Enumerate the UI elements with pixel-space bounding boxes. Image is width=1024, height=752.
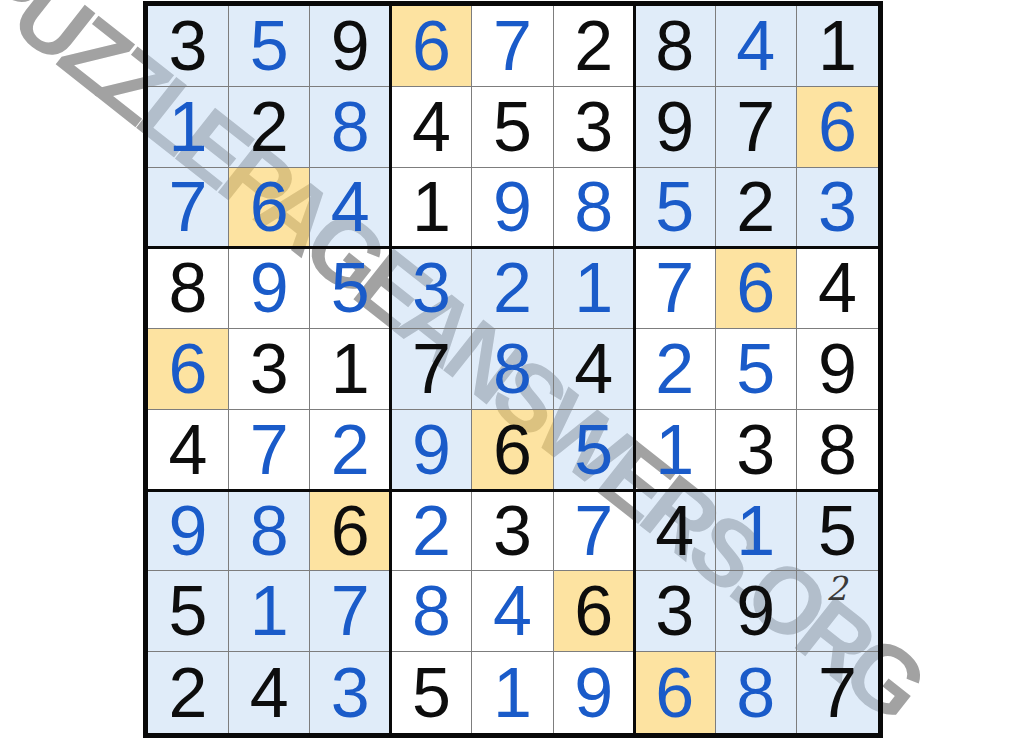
box-divider-vertical-2 xyxy=(633,6,636,733)
digit: 5 xyxy=(818,496,857,566)
digit: 6 xyxy=(493,415,532,485)
cell-r4c8[interactable]: 6 xyxy=(716,248,797,329)
digit: 9 xyxy=(574,658,613,728)
digit: 9 xyxy=(736,576,775,646)
cell-r4c2[interactable]: 9 xyxy=(229,248,310,329)
cell-r9c4[interactable]: 5 xyxy=(391,652,472,733)
digit: 4 xyxy=(169,415,208,485)
cell-r8c9[interactable]: 2 xyxy=(797,571,878,652)
digit: 8 xyxy=(250,496,289,566)
cell-r4c4[interactable]: 3 xyxy=(391,248,472,329)
cell-r7c1[interactable]: 9 xyxy=(148,491,229,572)
cell-r9c1[interactable]: 2 xyxy=(148,652,229,733)
cell-r3c1[interactable]: 7 xyxy=(148,168,229,249)
digit: 1 xyxy=(736,496,775,566)
cell-r1c8[interactable]: 4 xyxy=(716,6,797,87)
digit: 7 xyxy=(736,92,775,162)
digit: 3 xyxy=(169,11,208,81)
cell-r5c6[interactable]: 4 xyxy=(554,329,635,410)
cell-r1c2[interactable]: 5 xyxy=(229,6,310,87)
digit: 7 xyxy=(250,415,289,485)
cell-r7c7[interactable]: 4 xyxy=(635,491,716,572)
digit: 9 xyxy=(169,496,208,566)
digit: 8 xyxy=(331,92,370,162)
digit: 1 xyxy=(655,415,694,485)
cell-r3c7[interactable]: 5 xyxy=(635,168,716,249)
digit: 5 xyxy=(736,334,775,404)
digit: 6 xyxy=(169,334,208,404)
cell-r4c7[interactable]: 7 xyxy=(635,248,716,329)
cell-r3c4[interactable]: 1 xyxy=(391,168,472,249)
box-divider-horizontal-1 xyxy=(148,246,878,249)
cell-r2c1[interactable]: 1 xyxy=(148,87,229,168)
digit: 6 xyxy=(250,172,289,242)
cell-r2c9[interactable]: 6 xyxy=(797,87,878,168)
digit: 1 xyxy=(169,92,208,162)
digit: 7 xyxy=(574,496,613,566)
digit: 3 xyxy=(250,334,289,404)
digit: 1 xyxy=(574,253,613,323)
digit: 3 xyxy=(412,253,451,323)
digit: 4 xyxy=(818,253,857,323)
digit: 9 xyxy=(655,92,694,162)
digit: 8 xyxy=(412,576,451,646)
digit: 8 xyxy=(169,253,208,323)
digit: 2 xyxy=(412,496,451,566)
cell-r3c2[interactable]: 6 xyxy=(229,168,310,249)
cell-r9c6[interactable]: 9 xyxy=(554,652,635,733)
cell-r1c6[interactable]: 2 xyxy=(554,6,635,87)
cell-r8c8[interactable]: 9 xyxy=(716,571,797,652)
cell-r1c1[interactable]: 3 xyxy=(148,6,229,87)
cell-r9c2[interactable]: 4 xyxy=(229,652,310,733)
cell-r2c3[interactable]: 8 xyxy=(310,87,391,168)
cell-r8c2[interactable]: 1 xyxy=(229,571,310,652)
digit: 8 xyxy=(493,334,532,404)
cell-r6c3[interactable]: 2 xyxy=(310,410,391,491)
digit: 3 xyxy=(818,172,857,242)
cell-r6c4[interactable]: 9 xyxy=(391,410,472,491)
cell-r5c2[interactable]: 3 xyxy=(229,329,310,410)
digit: 5 xyxy=(250,11,289,81)
cell-r6c8[interactable]: 3 xyxy=(716,410,797,491)
cell-r2c6[interactable]: 3 xyxy=(554,87,635,168)
cell-r5c9[interactable]: 9 xyxy=(797,329,878,410)
digit: 9 xyxy=(250,253,289,323)
digit: 4 xyxy=(331,172,370,242)
digit: 1 xyxy=(412,172,451,242)
digit: 5 xyxy=(331,253,370,323)
digit: 4 xyxy=(493,576,532,646)
digit: 2 xyxy=(655,334,694,404)
cell-r9c5[interactable]: 1 xyxy=(472,652,553,733)
digit: 1 xyxy=(331,334,370,404)
digit: 7 xyxy=(412,334,451,404)
cell-r6c1[interactable]: 4 xyxy=(148,410,229,491)
digit: 1 xyxy=(818,11,857,81)
box-divider-horizontal-2 xyxy=(148,489,878,492)
digit: 2 xyxy=(250,92,289,162)
digit: 7 xyxy=(169,172,208,242)
cell-r8c1[interactable]: 5 xyxy=(148,571,229,652)
cell-r8c7[interactable]: 3 xyxy=(635,571,716,652)
cell-r2c2[interactable]: 2 xyxy=(229,87,310,168)
digit: 2 xyxy=(169,658,208,728)
cell-r1c9[interactable]: 1 xyxy=(797,6,878,87)
cell-r8c4[interactable]: 8 xyxy=(391,571,472,652)
cell-r9c3[interactable]: 3 xyxy=(310,652,391,733)
cell-r7c3[interactable]: 6 xyxy=(310,491,391,572)
digit: 8 xyxy=(574,172,613,242)
digit: 4 xyxy=(736,11,775,81)
cell-r5c1[interactable]: 6 xyxy=(148,329,229,410)
cell-r5c4[interactable]: 7 xyxy=(391,329,472,410)
digit: 7 xyxy=(818,658,857,728)
digit: 1 xyxy=(493,658,532,728)
cell-r1c3[interactable]: 9 xyxy=(310,6,391,87)
digit: 6 xyxy=(412,11,451,81)
cell-r6c6[interactable]: 5 xyxy=(554,410,635,491)
cell-r3c8[interactable]: 2 xyxy=(716,168,797,249)
cell-r1c4[interactable]: 6 xyxy=(391,6,472,87)
cell-r6c2[interactable]: 7 xyxy=(229,410,310,491)
cell-r7c5[interactable]: 3 xyxy=(472,491,553,572)
digit: 2 xyxy=(331,415,370,485)
cell-r3c5[interactable]: 9 xyxy=(472,168,553,249)
cell-r8c3[interactable]: 7 xyxy=(310,571,391,652)
cell-r4c5[interactable]: 2 xyxy=(472,248,553,329)
cell-r4c6[interactable]: 1 xyxy=(554,248,635,329)
cell-r8c6[interactable]: 6 xyxy=(554,571,635,652)
digit: 5 xyxy=(493,92,532,162)
cell-r3c9[interactable]: 3 xyxy=(797,168,878,249)
digit: 6 xyxy=(574,576,613,646)
sudoku-board: 3596728411284539767641985238953217646317… xyxy=(143,1,883,738)
cell-r7c9[interactable]: 5 xyxy=(797,491,878,572)
cell-r5c3[interactable]: 1 xyxy=(310,329,391,410)
digit: 9 xyxy=(331,11,370,81)
digit: 6 xyxy=(736,253,775,323)
cell-r9c7[interactable]: 6 xyxy=(635,652,716,733)
digit: 8 xyxy=(818,415,857,485)
cell-r9c8[interactable]: 8 xyxy=(716,652,797,733)
cell-r2c7[interactable]: 9 xyxy=(635,87,716,168)
cell-r5c8[interactable]: 5 xyxy=(716,329,797,410)
cell-r4c3[interactable]: 5 xyxy=(310,248,391,329)
cell-r5c5[interactable]: 8 xyxy=(472,329,553,410)
digit: 3 xyxy=(574,92,613,162)
digit: 2 xyxy=(736,172,775,242)
digit: 8 xyxy=(655,11,694,81)
digit: 7 xyxy=(655,253,694,323)
digit: 9 xyxy=(493,172,532,242)
digit: 6 xyxy=(818,92,857,162)
pencil-mark: 2 xyxy=(826,572,847,605)
digit: 1 xyxy=(250,576,289,646)
cell-r7c4[interactable]: 2 xyxy=(391,491,472,572)
digit: 7 xyxy=(331,576,370,646)
cell-r7c8[interactable]: 1 xyxy=(716,491,797,572)
digit: 3 xyxy=(655,576,694,646)
digit: 4 xyxy=(412,92,451,162)
digit: 2 xyxy=(493,253,532,323)
cell-r6c7[interactable]: 1 xyxy=(635,410,716,491)
digit: 5 xyxy=(574,415,613,485)
digit: 3 xyxy=(736,415,775,485)
digit: 4 xyxy=(250,658,289,728)
cell-r1c5[interactable]: 7 xyxy=(472,6,553,87)
cell-r3c3[interactable]: 4 xyxy=(310,168,391,249)
digit: 3 xyxy=(493,496,532,566)
cell-r1c7[interactable]: 8 xyxy=(635,6,716,87)
cell-r3c6[interactable]: 8 xyxy=(554,168,635,249)
cell-r8c5[interactable]: 4 xyxy=(472,571,553,652)
cell-r2c8[interactable]: 7 xyxy=(716,87,797,168)
cell-r6c5[interactable]: 6 xyxy=(472,410,553,491)
box-divider-vertical-1 xyxy=(389,6,392,733)
page: PUZZLEPAGEANSWERS.ORG 359672841128453976… xyxy=(0,0,1024,752)
digit: 5 xyxy=(169,576,208,646)
digit: 7 xyxy=(493,11,532,81)
cell-r2c4[interactable]: 4 xyxy=(391,87,472,168)
cell-r7c6[interactable]: 7 xyxy=(554,491,635,572)
digit: 9 xyxy=(818,334,857,404)
digit: 8 xyxy=(736,658,775,728)
digit: 6 xyxy=(331,496,370,566)
digit: 5 xyxy=(655,172,694,242)
cell-r5c7[interactable]: 2 xyxy=(635,329,716,410)
cell-r9c9[interactable]: 7 xyxy=(797,652,878,733)
cell-r4c1[interactable]: 8 xyxy=(148,248,229,329)
cell-r6c9[interactable]: 8 xyxy=(797,410,878,491)
digit: 4 xyxy=(574,334,613,404)
digit: 9 xyxy=(412,415,451,485)
digit: 6 xyxy=(655,658,694,728)
digit: 4 xyxy=(655,496,694,566)
cell-r7c2[interactable]: 8 xyxy=(229,491,310,572)
digit: 3 xyxy=(331,658,370,728)
digit: 5 xyxy=(412,658,451,728)
cell-r2c5[interactable]: 5 xyxy=(472,87,553,168)
digit: 2 xyxy=(574,11,613,81)
cell-r4c9[interactable]: 4 xyxy=(797,248,878,329)
